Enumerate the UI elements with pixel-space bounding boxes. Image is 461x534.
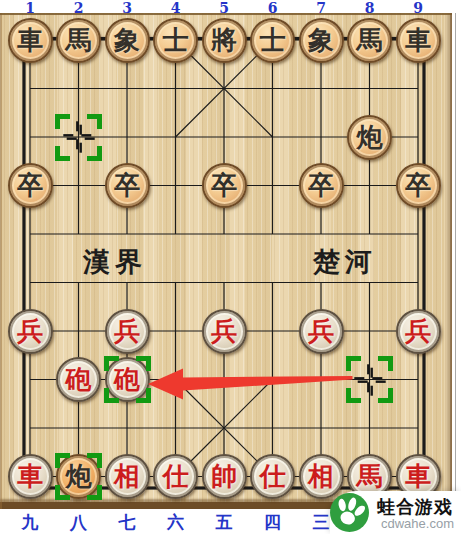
piece-glyph: 相 [308,459,334,494]
selection-bracket [55,453,102,500]
piece-glyph: 車 [405,23,431,58]
piece-glyph: 象 [308,23,334,58]
column-number-top-3: 3 [115,0,139,13]
selection-bracket [104,356,151,403]
watermark-site-url: cdwahe.com [381,516,454,531]
piece-glyph: 卒 [17,168,43,203]
piece-glyph: 炮 [357,120,383,155]
piece-red-general[interactable]: 帥 [202,454,247,499]
piece-black-soldier[interactable]: 卒 [396,163,441,208]
column-number-top-4: 4 [164,0,188,13]
xiangqi-app-screenshot: 123456789 漢界 楚河 車馬象士將士象馬車炮卒卒卒卒卒兵兵兵兵兵砲砲車炮… [0,0,461,534]
column-number-top-2: 2 [67,0,91,13]
piece-black-soldier[interactable]: 卒 [299,163,344,208]
piece-red-soldier[interactable]: 兵 [105,309,150,354]
column-number-bottom-1: 九 [16,511,44,533]
piece-black-horse[interactable]: 馬 [56,18,101,63]
column-number-bottom-2: 八 [65,511,93,533]
window-edge-line [455,13,456,534]
column-number-bottom-5: 五 [210,511,238,533]
column-number-top-8: 8 [358,0,382,13]
piece-glyph: 砲 [66,362,92,397]
piece-glyph: 車 [17,459,43,494]
piece-black-soldier[interactable]: 卒 [8,163,53,208]
piece-glyph: 士 [163,23,189,58]
piece-red-elephant[interactable]: 相 [105,454,150,499]
piece-glyph: 士 [260,23,286,58]
piece-glyph: 馬 [66,23,92,58]
piece-black-soldier[interactable]: 卒 [105,163,150,208]
piece-glyph: 兵 [211,314,237,349]
piece-red-soldier[interactable]: 兵 [8,309,53,354]
piece-glyph: 卒 [114,168,140,203]
piece-glyph: 車 [17,23,43,58]
crosshair-cursor-icon [59,117,99,157]
piece-red-advisor[interactable]: 仕 [250,454,295,499]
piece-black-elephant[interactable]: 象 [299,18,344,63]
xiangqi-board[interactable]: 漢界 楚河 車馬象士將士象馬車炮卒卒卒卒卒兵兵兵兵兵砲砲車炮相仕帥仕相馬車 [0,13,452,509]
column-number-bottom-4: 六 [162,511,190,533]
piece-glyph: 卒 [405,168,431,203]
piece-red-advisor[interactable]: 仕 [153,454,198,499]
piece-glyph: 兵 [405,314,431,349]
column-number-top-1: 1 [18,0,42,13]
piece-black-chariot[interactable]: 車 [8,18,53,63]
column-number-top-7: 7 [309,0,333,13]
piece-black-general[interactable]: 將 [202,18,247,63]
piece-glyph: 仕 [163,459,189,494]
piece-glyph: 兵 [17,314,43,349]
piece-black-chariot[interactable]: 車 [396,18,441,63]
river-label-right: 楚河 [310,244,380,280]
piece-glyph: 兵 [114,314,140,349]
piece-red-cannon[interactable]: 砲 [56,357,101,402]
piece-glyph: 帥 [211,459,237,494]
piece-black-elephant[interactable]: 象 [105,18,150,63]
column-number-top-9: 9 [406,0,430,13]
piece-glyph: 卒 [308,168,334,203]
piece-glyph: 車 [405,459,431,494]
piece-glyph: 兵 [308,314,334,349]
piece-glyph: 馬 [357,459,383,494]
column-number-top-6: 6 [261,0,285,13]
piece-red-chariot[interactable]: 車 [8,454,53,499]
piece-red-soldier[interactable]: 兵 [299,309,344,354]
piece-black-cannon[interactable]: 炮 [347,115,392,160]
piece-black-advisor[interactable]: 士 [250,18,295,63]
piece-black-soldier[interactable]: 卒 [202,163,247,208]
piece-black-horse[interactable]: 馬 [347,18,392,63]
column-number-top-5: 5 [212,0,236,13]
piece-glyph: 仕 [260,459,286,494]
river-label-left: 漢界 [80,244,150,280]
piece-black-advisor[interactable]: 士 [153,18,198,63]
board-grid [0,13,452,509]
crosshair-cursor-icon [350,360,390,400]
frog-paw-icon [330,493,369,532]
piece-glyph: 馬 [357,23,383,58]
piece-glyph: 相 [114,459,140,494]
column-number-bottom-6: 四 [259,511,287,533]
piece-red-soldier[interactable]: 兵 [396,309,441,354]
column-number-bottom-3: 七 [113,511,141,533]
window-edge [452,0,461,534]
piece-glyph: 卒 [211,168,237,203]
piece-glyph: 象 [114,23,140,58]
site-watermark: 蛙合游戏 cdwahe.com [330,491,461,534]
piece-red-soldier[interactable]: 兵 [202,309,247,354]
piece-glyph: 將 [211,23,237,58]
